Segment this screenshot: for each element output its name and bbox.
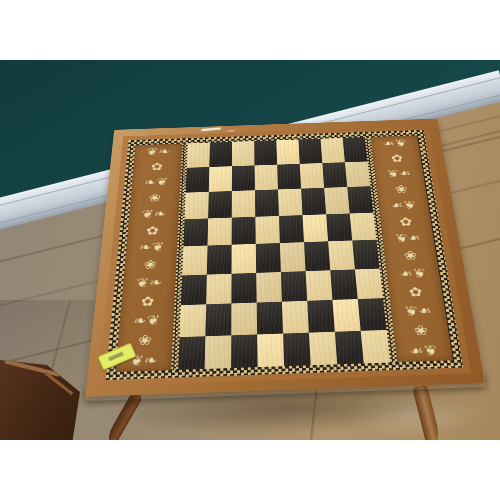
square bbox=[347, 186, 373, 213]
marquetry-ornament: ❧❦ bbox=[386, 168, 412, 179]
marquetry-ornament: ❦❧ bbox=[141, 208, 167, 220]
marquetry-ornament: ❧❦ bbox=[133, 314, 161, 328]
square bbox=[207, 245, 232, 275]
square bbox=[231, 273, 256, 304]
scuff-mark bbox=[227, 130, 234, 131]
marquetry-ornament: ✿ bbox=[408, 286, 423, 299]
square bbox=[276, 140, 299, 165]
square bbox=[232, 216, 256, 244]
square bbox=[232, 190, 256, 217]
marquetry-ornament: ❦❧ bbox=[409, 344, 439, 359]
square bbox=[330, 269, 357, 300]
square bbox=[257, 333, 284, 367]
square bbox=[345, 161, 370, 187]
square bbox=[205, 335, 232, 369]
square bbox=[187, 143, 210, 168]
square bbox=[255, 216, 280, 244]
letterbox-band-top bbox=[0, 0, 500, 60]
square bbox=[231, 334, 258, 368]
square bbox=[256, 243, 281, 273]
square bbox=[355, 268, 383, 299]
square bbox=[181, 274, 207, 305]
square bbox=[255, 164, 278, 190]
marquetry-ornament: ✿ bbox=[141, 295, 155, 308]
marquetry-ornament: ❀ bbox=[138, 333, 153, 347]
square bbox=[324, 187, 350, 214]
square bbox=[183, 218, 208, 246]
sticker-illegible-text bbox=[108, 351, 124, 361]
square bbox=[206, 273, 231, 304]
marquetry-ornament: ❀ bbox=[403, 250, 418, 262]
marquetry-ornament: ❀ bbox=[413, 324, 429, 338]
square bbox=[302, 214, 328, 242]
square bbox=[278, 189, 303, 216]
chessboard bbox=[178, 137, 390, 370]
square bbox=[180, 304, 207, 336]
square bbox=[256, 272, 282, 303]
square bbox=[298, 139, 322, 164]
square bbox=[208, 217, 232, 245]
marquetry-ornament: ❧❦ bbox=[404, 304, 433, 318]
square bbox=[321, 138, 345, 163]
square bbox=[332, 299, 360, 331]
chess-table-top: ❦❧✿❧❦❀❦❧✿❧❦❀❦❧✿❧❦❀❦❧ ❦❧✿❧❦❀❦❧✿❧❦❀❦❧✿❧❦❀❦… bbox=[85, 119, 485, 397]
marquetry-ornament: ❀ bbox=[144, 259, 158, 272]
square bbox=[361, 330, 391, 364]
marquetry-ornament: ✿ bbox=[399, 216, 413, 228]
square bbox=[328, 240, 355, 269]
marquetry-ornament: ❧❦ bbox=[144, 176, 169, 187]
square bbox=[209, 142, 232, 167]
square bbox=[326, 213, 352, 241]
square bbox=[304, 241, 330, 270]
square bbox=[358, 298, 387, 330]
square bbox=[254, 140, 277, 165]
square bbox=[352, 240, 379, 269]
square bbox=[231, 303, 257, 335]
scuff-mark bbox=[201, 127, 221, 131]
square bbox=[300, 163, 324, 189]
marquetry-ornament: ❦❧ bbox=[136, 276, 163, 289]
square bbox=[279, 215, 304, 243]
marquetry-ornament: ❀ bbox=[394, 183, 408, 194]
square bbox=[232, 141, 255, 166]
marquetry-ornament: ❦❧ bbox=[399, 267, 427, 280]
marquetry-ornament: ❦❧ bbox=[390, 199, 416, 211]
photograph: ❦❧✿❧❦❀❦❧✿❧❦❀❦❧✿❧❦❀❦❧ ❦❧✿❧❦❀❦❧✿❧❦❀❦❧✿❧❦❀❦… bbox=[0, 60, 500, 440]
marquetry-ornament: ❧❦ bbox=[395, 232, 422, 245]
marquetry-ornament: ❀ bbox=[149, 192, 162, 203]
square bbox=[257, 302, 283, 334]
square bbox=[306, 270, 333, 301]
square bbox=[277, 164, 301, 190]
square bbox=[309, 331, 337, 365]
marquetry-ornament: ❧❦ bbox=[138, 241, 164, 254]
square bbox=[343, 137, 368, 162]
marquetry-ornament: ✿ bbox=[146, 224, 159, 236]
square bbox=[335, 330, 364, 364]
square bbox=[280, 242, 306, 271]
square bbox=[232, 165, 255, 191]
square bbox=[186, 167, 210, 193]
square bbox=[232, 244, 257, 274]
marquetry-ornament: ❦❧ bbox=[146, 146, 170, 157]
square bbox=[281, 271, 307, 302]
tabletop-inner-field: ❦❧✿❧❦❀❦❧✿❧❦❀❦❧✿❧❦❀❦❧ ❦❧✿❧❦❀❦❧✿❧❦❀❦❧✿❧❦❀❦… bbox=[115, 135, 453, 372]
square bbox=[282, 301, 309, 333]
marquetry-ornament: ❦❧ bbox=[382, 138, 407, 149]
square bbox=[307, 300, 335, 332]
marquetry-ornament: ✿ bbox=[151, 161, 164, 172]
square bbox=[205, 303, 231, 335]
square bbox=[350, 212, 377, 240]
square bbox=[208, 191, 232, 218]
letterbox-band-bottom bbox=[0, 440, 500, 500]
square bbox=[209, 166, 232, 192]
square bbox=[322, 162, 347, 188]
marquetry-ornament: ✿ bbox=[390, 153, 403, 164]
square bbox=[301, 188, 326, 215]
photo-canvas: ❦❧✿❧❦❀❦❧✿❧❦❀❦❧✿❧❦❀❦❧ ❦❧✿❧❦❀❦❧✿❧❦❀❦❧✿❧❦❀❦… bbox=[0, 0, 500, 500]
square bbox=[182, 246, 207, 276]
square bbox=[185, 192, 209, 219]
square bbox=[283, 332, 311, 366]
square bbox=[178, 336, 205, 370]
square bbox=[255, 189, 279, 216]
